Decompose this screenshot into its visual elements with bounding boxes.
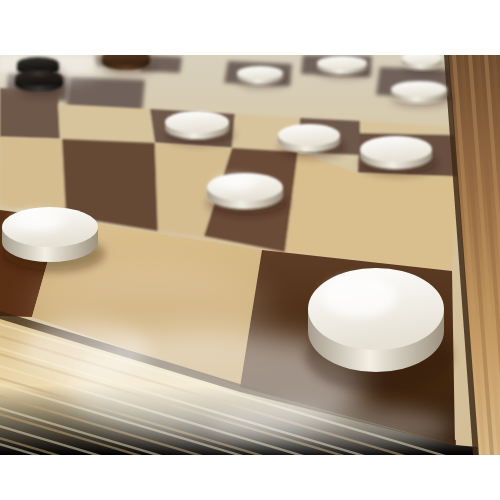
piece-highlight [215,176,257,190]
board-photo [0,55,500,455]
checkers-photo-page [0,0,500,500]
black-checker-piece-black-c2[interactable] [102,55,155,74]
checkers-board-scene [0,55,500,455]
piece-top-face [360,136,432,162]
glare-highlight [30,260,270,350]
piece-top-face [165,111,229,133]
white-checker-piece-white-h7[interactable] [306,268,453,393]
white-checker-piece-white-f7[interactable] [1,207,105,272]
board-square [0,88,60,139]
piece-highlight [322,276,397,317]
piece-top-face [237,66,283,80]
piece-top-face [17,57,59,71]
white-checker-piece-white-h5[interactable] [360,136,438,176]
white-checker-piece-white-g6[interactable] [207,173,289,216]
piece-top-face [278,124,340,146]
glare-highlight [210,405,450,449]
board-square [58,104,155,143]
piece-highlight [12,211,65,231]
piece-top-face [317,56,367,70]
piece-top-face [391,81,447,97]
board-square [0,137,66,216]
white-checker-piece-white-h1[interactable] [402,55,447,73]
